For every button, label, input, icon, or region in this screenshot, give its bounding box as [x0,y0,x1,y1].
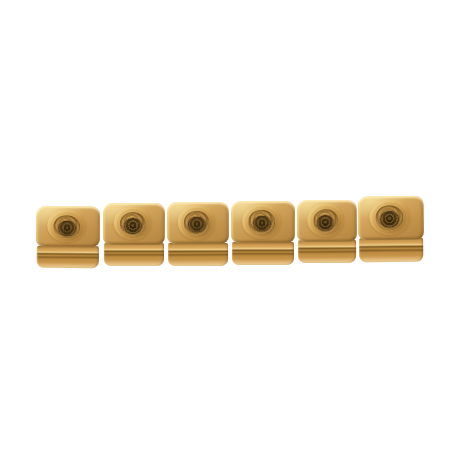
hole-bore [188,217,206,233]
insert-row [0,0,470,470]
insert-5 [297,200,357,263]
insert-center-hole [114,206,152,240]
insert-center-hole [369,199,410,235]
hole-bore [380,211,399,228]
insert-side-face [37,245,99,268]
hole-bore [124,218,142,234]
hole-bore [58,220,76,236]
product-photo [0,0,470,470]
insert-4 [231,201,295,265]
insert-side-face [298,240,356,263]
insert-side-face [104,243,164,266]
insert-side-face [359,238,423,262]
insert-center-hole [47,209,87,243]
insert-3 [167,202,229,266]
insert-center-hole [307,203,344,237]
insert-2 [103,203,165,266]
hole-bore [317,214,334,230]
insert-1 [36,206,100,268]
insert-6 [358,196,425,263]
insert-side-face [232,242,294,265]
insert-side-face [168,243,228,266]
insert-center-hole [177,205,216,240]
insert-center-hole [242,204,282,239]
